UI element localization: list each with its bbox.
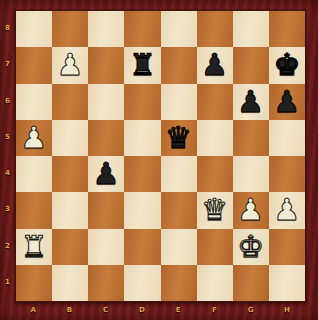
square-a6[interactable] [16,84,52,120]
square-h3[interactable]: ♟ [269,192,305,228]
square-c5[interactable] [88,120,124,156]
white-pawn-icon[interactable]: ♟ [273,192,300,228]
square-b3[interactable] [52,192,88,228]
file-label-c: C [88,301,124,318]
square-h7[interactable]: ♚ [269,47,305,83]
square-e5[interactable]: ♛ [161,120,197,156]
square-h5[interactable] [269,120,305,156]
square-d8[interactable] [124,11,160,47]
white-pawn-icon[interactable]: ♟ [21,120,48,156]
rank-label-2: 2 [0,228,15,264]
square-b8[interactable] [52,11,88,47]
square-d7[interactable]: ♜ [124,47,160,83]
square-a5[interactable]: ♟ [16,120,52,156]
square-c1[interactable] [88,265,124,301]
file-label-f: F [196,301,232,318]
square-b1[interactable] [52,265,88,301]
square-e7[interactable] [161,47,197,83]
black-king-icon[interactable]: ♚ [273,47,300,83]
square-e6[interactable] [161,84,197,120]
square-d6[interactable] [124,84,160,120]
square-h1[interactable] [269,265,305,301]
rank-label-5: 5 [0,119,15,155]
square-g4[interactable] [233,156,269,192]
square-g5[interactable] [233,120,269,156]
square-f2[interactable] [197,229,233,265]
square-b4[interactable] [52,156,88,192]
square-f8[interactable] [197,11,233,47]
square-h8[interactable] [269,11,305,47]
square-g7[interactable] [233,47,269,83]
rank-label-3: 3 [0,191,15,227]
square-d2[interactable] [124,229,160,265]
black-rook-icon[interactable]: ♜ [129,47,156,83]
square-g3[interactable]: ♟ [233,192,269,228]
white-pawn-icon[interactable]: ♟ [237,192,264,228]
white-queen-icon[interactable]: ♛ [201,192,228,228]
square-e2[interactable] [161,229,197,265]
file-labels: ABCDEFGH [15,301,305,318]
square-d4[interactable] [124,156,160,192]
square-h4[interactable] [269,156,305,192]
square-h6[interactable]: ♟ [269,84,305,120]
white-pawn-icon[interactable]: ♟ [57,47,84,83]
rank-label-1: 1 [0,264,15,300]
chess-board-frame: ♟♜♟♚♟♟♟♛♟♛♟♟♜♚ 87654321 ABCDEFGH [0,0,318,320]
file-label-h: H [269,301,305,318]
square-g6[interactable]: ♟ [233,84,269,120]
square-c2[interactable] [88,229,124,265]
rank-labels: 87654321 [0,10,15,300]
square-f5[interactable] [197,120,233,156]
rank-label-8: 8 [0,10,15,46]
file-label-a: A [15,301,51,318]
file-label-e: E [160,301,196,318]
square-c6[interactable] [88,84,124,120]
file-label-d: D [124,301,160,318]
square-e4[interactable] [161,156,197,192]
square-b2[interactable] [52,229,88,265]
black-pawn-icon[interactable]: ♟ [237,84,264,120]
square-f3[interactable]: ♛ [197,192,233,228]
rank-label-4: 4 [0,155,15,191]
square-f7[interactable]: ♟ [197,47,233,83]
square-g2[interactable]: ♚ [233,229,269,265]
black-pawn-icon[interactable]: ♟ [93,156,120,192]
square-d1[interactable] [124,265,160,301]
square-c3[interactable] [88,192,124,228]
square-a7[interactable] [16,47,52,83]
square-f4[interactable] [197,156,233,192]
white-rook-icon[interactable]: ♜ [21,229,48,265]
square-d5[interactable] [124,120,160,156]
square-b5[interactable] [52,120,88,156]
square-f1[interactable] [197,265,233,301]
square-c7[interactable] [88,47,124,83]
file-label-g: G [233,301,269,318]
square-a4[interactable] [16,156,52,192]
rank-label-6: 6 [0,83,15,119]
square-f6[interactable] [197,84,233,120]
square-a1[interactable] [16,265,52,301]
square-a2[interactable]: ♜ [16,229,52,265]
square-a3[interactable] [16,192,52,228]
chess-board: ♟♜♟♚♟♟♟♛♟♛♟♟♜♚ [15,10,306,302]
square-b6[interactable] [52,84,88,120]
black-queen-icon[interactable]: ♛ [165,120,192,156]
square-d3[interactable] [124,192,160,228]
square-g1[interactable] [233,265,269,301]
square-e8[interactable] [161,11,197,47]
square-e1[interactable] [161,265,197,301]
black-pawn-icon[interactable]: ♟ [201,47,228,83]
black-pawn-icon[interactable]: ♟ [273,84,300,120]
rank-label-7: 7 [0,46,15,82]
square-h2[interactable] [269,229,305,265]
file-label-b: B [51,301,87,318]
square-c8[interactable] [88,11,124,47]
square-c4[interactable]: ♟ [88,156,124,192]
square-a8[interactable] [16,11,52,47]
white-king-icon[interactable]: ♚ [237,229,264,265]
square-e3[interactable] [161,192,197,228]
square-g8[interactable] [233,11,269,47]
square-b7[interactable]: ♟ [52,47,88,83]
